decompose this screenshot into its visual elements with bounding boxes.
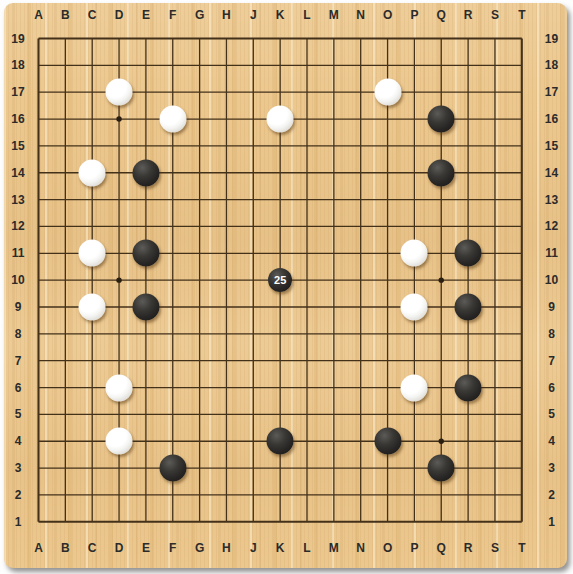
row-label-left: 7: [15, 354, 22, 368]
row-label-left: 3: [15, 461, 22, 475]
stone-white: [401, 240, 428, 267]
stone-black: [455, 240, 482, 267]
column-label-top: K: [276, 8, 285, 22]
column-label-bottom: G: [195, 541, 204, 555]
row-label-left: 19: [11, 32, 24, 46]
row-label-left: 12: [11, 219, 24, 233]
stone-black: [428, 159, 455, 186]
row-label-right: 17: [545, 85, 558, 99]
row-label-right: 12: [545, 219, 558, 233]
stone-black: [455, 374, 482, 401]
row-label-left: 10: [11, 273, 24, 287]
column-label-bottom: L: [303, 541, 310, 555]
row-label-right: 18: [545, 58, 558, 72]
column-label-bottom: M: [329, 541, 339, 555]
column-label-top: O: [383, 8, 392, 22]
stone-white: [106, 428, 133, 455]
star-point: [439, 277, 444, 282]
column-label-bottom: E: [142, 541, 150, 555]
star-point: [116, 277, 121, 282]
row-label-left: 1: [15, 515, 22, 529]
row-label-left: 11: [12, 246, 25, 260]
column-label-top: T: [518, 8, 525, 22]
column-label-bottom: F: [169, 541, 176, 555]
column-label-bottom: B: [61, 541, 70, 555]
column-label-top: H: [222, 8, 231, 22]
row-label-right: 4: [548, 434, 555, 448]
stone-black: [428, 106, 455, 133]
stone-black: [132, 159, 159, 186]
stone-white: [267, 106, 294, 133]
row-label-left: 18: [11, 58, 24, 72]
move-number-label: 25: [274, 275, 286, 286]
stone-white: [401, 374, 428, 401]
column-label-top: P: [410, 8, 418, 22]
column-label-top: N: [356, 8, 365, 22]
column-label-bottom: Q: [437, 541, 446, 555]
stone-white: [79, 294, 106, 321]
row-label-right: 13: [545, 193, 558, 207]
row-label-left: 16: [11, 112, 24, 126]
go-diagram: AABBCCDDEEFFGGHHJJKKLLMMNNOOPPQQRRSSTT19…: [0, 0, 573, 574]
column-label-bottom: C: [88, 541, 97, 555]
column-label-bottom: D: [115, 541, 124, 555]
column-label-bottom: H: [222, 541, 231, 555]
row-label-right: 10: [545, 273, 558, 287]
row-label-left: 8: [15, 327, 22, 341]
row-label-right: 6: [548, 381, 555, 395]
row-label-right: 15: [545, 139, 558, 153]
column-label-top: F: [169, 8, 176, 22]
row-label-left: 5: [15, 407, 22, 421]
column-label-top: M: [329, 8, 339, 22]
stone-black: [455, 294, 482, 321]
column-label-top: S: [491, 8, 499, 22]
last-move-stone-black: 25: [268, 268, 292, 292]
stone-black: [159, 455, 186, 482]
stone-black: [374, 428, 401, 455]
column-label-bottom: T: [518, 541, 525, 555]
row-label-left: 15: [11, 139, 24, 153]
row-label-left: 17: [11, 85, 24, 99]
stone-white: [106, 374, 133, 401]
column-label-bottom: R: [464, 541, 473, 555]
column-label-top: A: [34, 8, 43, 22]
row-label-left: 14: [11, 166, 24, 180]
stone-white: [79, 240, 106, 267]
stone-white: [374, 79, 401, 106]
row-label-right: 11: [545, 246, 558, 260]
stone-black: [267, 428, 294, 455]
row-label-left: 6: [15, 381, 22, 395]
row-label-right: 19: [545, 32, 558, 46]
row-label-left: 2: [15, 488, 22, 502]
row-label-right: 7: [548, 354, 555, 368]
column-label-bottom: A: [34, 541, 43, 555]
stone-white: [401, 294, 428, 321]
column-label-top: G: [195, 8, 204, 22]
row-label-right: 5: [548, 407, 555, 421]
stone-white: [106, 79, 133, 106]
row-label-left: 9: [15, 300, 22, 314]
row-label-right: 16: [545, 112, 558, 126]
row-label-right: 3: [548, 461, 555, 475]
column-label-bottom: P: [410, 541, 418, 555]
star-point: [439, 439, 444, 444]
row-label-right: 14: [545, 166, 558, 180]
row-label-right: 9: [548, 300, 555, 314]
column-label-top: D: [115, 8, 124, 22]
row-label-right: 2: [548, 488, 555, 502]
stone-black: [132, 240, 159, 267]
column-label-bottom: J: [250, 541, 257, 555]
stone-white: [79, 159, 106, 186]
column-label-top: B: [61, 8, 70, 22]
stone-black: [428, 455, 455, 482]
column-label-bottom: N: [356, 541, 365, 555]
stone-white: [159, 106, 186, 133]
column-label-top: R: [464, 8, 473, 22]
column-label-bottom: O: [383, 541, 392, 555]
column-label-bottom: S: [491, 541, 499, 555]
row-label-left: 4: [15, 434, 22, 448]
column-label-top: C: [88, 8, 97, 22]
column-label-top: J: [250, 8, 257, 22]
column-label-bottom: K: [276, 541, 285, 555]
column-label-top: Q: [437, 8, 446, 22]
stone-black: [132, 294, 159, 321]
star-point: [116, 116, 121, 121]
row-label-right: 8: [548, 327, 555, 341]
row-label-right: 1: [548, 515, 555, 529]
column-label-top: E: [142, 8, 150, 22]
column-label-top: L: [303, 8, 310, 22]
row-label-left: 13: [11, 193, 24, 207]
